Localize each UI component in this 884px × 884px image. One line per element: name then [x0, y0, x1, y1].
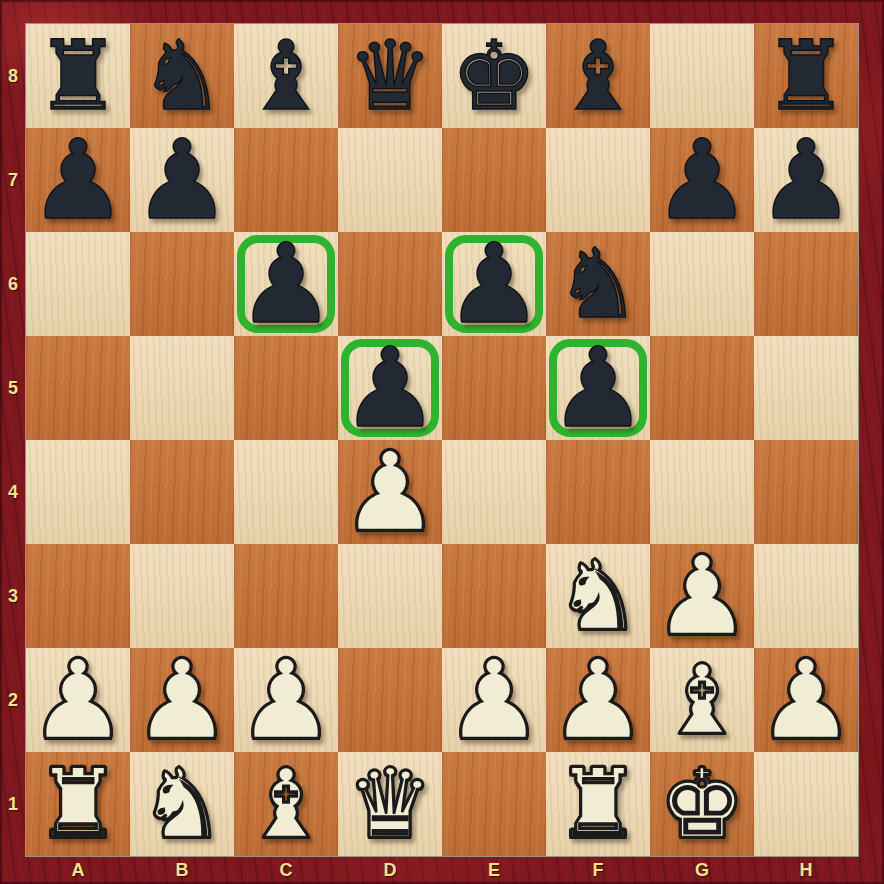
square-g2[interactable]: ♝	[650, 648, 754, 752]
square-b2[interactable]: ♟	[130, 648, 234, 752]
white-pawn-e2[interactable]: ♟	[445, 648, 544, 752]
white-pawn-f2[interactable]: ♟	[549, 648, 648, 752]
square-d4[interactable]: ♟	[338, 440, 442, 544]
rank-label-4: 4	[0, 440, 26, 544]
square-h3[interactable]	[754, 544, 858, 648]
square-f6[interactable]: ♞	[546, 232, 650, 336]
file-label-a: A	[26, 856, 130, 884]
square-h2[interactable]: ♟	[754, 648, 858, 752]
black-knight-f6[interactable]: ♞	[555, 232, 641, 336]
black-pawn-a7[interactable]: ♟	[29, 128, 128, 232]
white-knight-b1[interactable]: ♞	[139, 752, 225, 856]
square-g6[interactable]	[650, 232, 754, 336]
board-frame: ♜♞♝♛♚♝♜♟♟♟♟♟♟♞♟♟♟♞♟♟♟♟♟♟♝♟♜♞♝♛♜♚ 8765432…	[0, 0, 884, 884]
square-b7[interactable]: ♟	[130, 128, 234, 232]
square-h4[interactable]	[754, 440, 858, 544]
black-bishop-f8[interactable]: ♝	[555, 24, 641, 128]
square-b5[interactable]	[130, 336, 234, 440]
square-c2[interactable]: ♟	[234, 648, 338, 752]
square-h5[interactable]	[754, 336, 858, 440]
rank-label-2: 2	[0, 648, 26, 752]
rank-label-3: 3	[0, 544, 26, 648]
file-label-c: C	[234, 856, 338, 884]
black-knight-b8[interactable]: ♞	[139, 24, 225, 128]
black-pawn-g7[interactable]: ♟	[653, 128, 752, 232]
square-b6[interactable]	[130, 232, 234, 336]
square-c8[interactable]: ♝	[234, 24, 338, 128]
square-b1[interactable]: ♞	[130, 752, 234, 856]
file-label-e: E	[442, 856, 546, 884]
square-e6[interactable]: ♟	[442, 232, 546, 336]
square-e7[interactable]	[442, 128, 546, 232]
square-a8[interactable]: ♜	[26, 24, 130, 128]
black-bishop-c8[interactable]: ♝	[243, 24, 329, 128]
rank-label-6: 6	[0, 232, 26, 336]
white-pawn-a2[interactable]: ♟	[29, 648, 128, 752]
square-a5[interactable]	[26, 336, 130, 440]
square-c3[interactable]	[234, 544, 338, 648]
rank-label-8: 8	[0, 24, 26, 128]
square-c1[interactable]: ♝	[234, 752, 338, 856]
white-king-g1[interactable]: ♚	[659, 752, 745, 856]
square-f3[interactable]: ♞	[546, 544, 650, 648]
square-c4[interactable]	[234, 440, 338, 544]
file-label-g: G	[650, 856, 754, 884]
square-c7[interactable]	[234, 128, 338, 232]
white-pawn-d4[interactable]: ♟	[341, 440, 440, 544]
square-d3[interactable]	[338, 544, 442, 648]
white-pawn-h2[interactable]: ♟	[757, 648, 856, 752]
black-pawn-d5[interactable]: ♟	[341, 336, 440, 440]
square-g4[interactable]	[650, 440, 754, 544]
rank-label-5: 5	[0, 336, 26, 440]
black-pawn-b7[interactable]: ♟	[133, 128, 232, 232]
square-a2[interactable]: ♟	[26, 648, 130, 752]
square-b8[interactable]: ♞	[130, 24, 234, 128]
square-f1[interactable]: ♜	[546, 752, 650, 856]
black-queen-d8[interactable]: ♛	[347, 24, 433, 128]
square-e1[interactable]	[442, 752, 546, 856]
square-f4[interactable]	[546, 440, 650, 544]
black-pawn-e6[interactable]: ♟	[445, 232, 544, 336]
square-e2[interactable]: ♟	[442, 648, 546, 752]
square-e5[interactable]	[442, 336, 546, 440]
square-a3[interactable]	[26, 544, 130, 648]
square-d2[interactable]	[338, 648, 442, 752]
square-g5[interactable]	[650, 336, 754, 440]
white-rook-f1[interactable]: ♜	[555, 752, 641, 856]
file-label-h: H	[754, 856, 858, 884]
square-d1[interactable]: ♛	[338, 752, 442, 856]
square-a4[interactable]	[26, 440, 130, 544]
white-knight-f3[interactable]: ♞	[555, 544, 641, 648]
square-h7[interactable]: ♟	[754, 128, 858, 232]
file-label-b: B	[130, 856, 234, 884]
rank-label-1: 1	[0, 752, 26, 856]
square-f8[interactable]: ♝	[546, 24, 650, 128]
square-b3[interactable]	[130, 544, 234, 648]
square-h6[interactable]	[754, 232, 858, 336]
square-a7[interactable]: ♟	[26, 128, 130, 232]
square-a1[interactable]: ♜	[26, 752, 130, 856]
black-pawn-f5[interactable]: ♟	[549, 336, 648, 440]
white-rook-a1[interactable]: ♜	[35, 752, 121, 856]
file-label-f: F	[546, 856, 650, 884]
square-d7[interactable]	[338, 128, 442, 232]
chess-board: ♜♞♝♛♚♝♜♟♟♟♟♟♟♞♟♟♟♞♟♟♟♟♟♟♝♟♜♞♝♛♜♚	[26, 24, 858, 856]
white-pawn-b2[interactable]: ♟	[133, 648, 232, 752]
square-e8[interactable]: ♚	[442, 24, 546, 128]
rank-label-7: 7	[0, 128, 26, 232]
square-c5[interactable]	[234, 336, 338, 440]
square-g3[interactable]: ♟	[650, 544, 754, 648]
square-c6[interactable]: ♟	[234, 232, 338, 336]
square-g7[interactable]: ♟	[650, 128, 754, 232]
square-d6[interactable]	[338, 232, 442, 336]
square-f2[interactable]: ♟	[546, 648, 650, 752]
white-queen-d1[interactable]: ♛	[347, 752, 433, 856]
square-d8[interactable]: ♛	[338, 24, 442, 128]
square-e4[interactable]	[442, 440, 546, 544]
square-a6[interactable]	[26, 232, 130, 336]
square-f7[interactable]	[546, 128, 650, 232]
black-rook-a8[interactable]: ♜	[35, 24, 121, 128]
square-g1[interactable]: ♚	[650, 752, 754, 856]
square-h1[interactable]	[754, 752, 858, 856]
black-king-e8[interactable]: ♚	[451, 24, 537, 128]
file-label-d: D	[338, 856, 442, 884]
square-h8[interactable]: ♜	[754, 24, 858, 128]
black-pawn-c6[interactable]: ♟	[237, 232, 336, 336]
black-rook-h8[interactable]: ♜	[763, 24, 849, 128]
square-e3[interactable]	[442, 544, 546, 648]
white-bishop-c1[interactable]: ♝	[243, 752, 329, 856]
white-bishop-g2[interactable]: ♝	[659, 648, 745, 752]
square-f5[interactable]: ♟	[546, 336, 650, 440]
white-pawn-g3[interactable]: ♟	[653, 544, 752, 648]
square-d5[interactable]: ♟	[338, 336, 442, 440]
black-pawn-h7[interactable]: ♟	[757, 128, 856, 232]
square-b4[interactable]	[130, 440, 234, 544]
square-g8[interactable]	[650, 24, 754, 128]
white-pawn-c2[interactable]: ♟	[237, 648, 336, 752]
